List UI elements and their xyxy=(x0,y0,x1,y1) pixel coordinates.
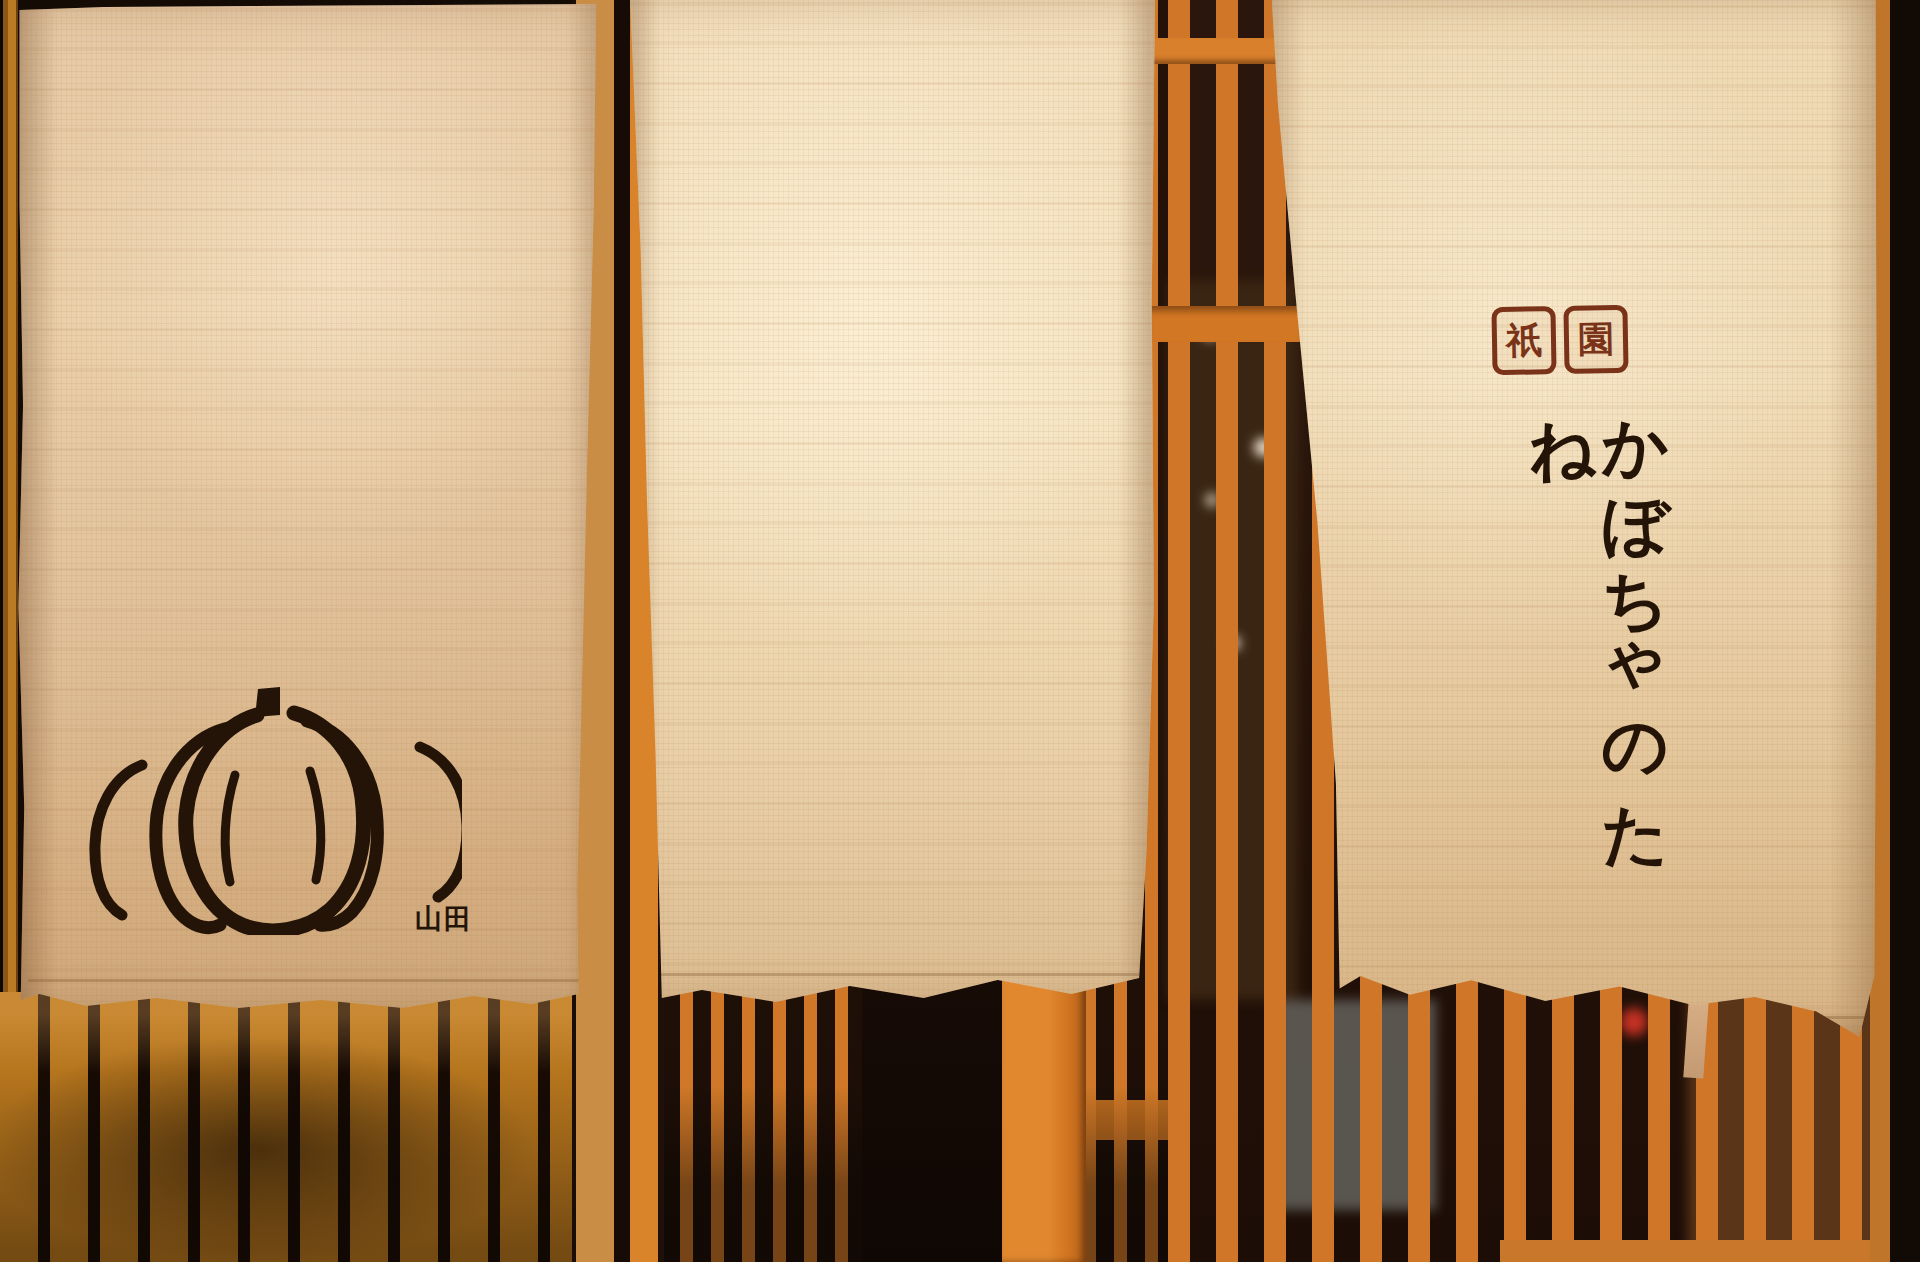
noren-right-panel: 祇 園 かぼちゃのたね xyxy=(1262,0,1878,1045)
seal-character-box: 園 xyxy=(1563,305,1628,374)
noren-middle-panel xyxy=(628,0,1156,1002)
vertical-calligraphy-kabocha-no-tane: かぼちゃのたね xyxy=(1526,375,1671,855)
linen-weave-texture xyxy=(628,0,1156,1002)
left-lattice-slats xyxy=(0,992,616,1262)
gion-seal-stamp: 祇 園 xyxy=(1491,305,1628,375)
seal-character: 園 xyxy=(1578,315,1615,365)
storefront-photo: 山田 祇 園 かぼちゃのたね xyxy=(0,0,1920,1262)
lattice-cross-rail-bottom xyxy=(1500,1240,1920,1262)
seal-character-box: 祇 xyxy=(1491,306,1556,375)
lattice-cross-rail-upper xyxy=(1146,306,1304,342)
artist-signature: 山田 xyxy=(415,901,485,937)
pumpkin-illustration xyxy=(72,685,462,935)
seal-character: 祇 xyxy=(1506,316,1543,366)
noren-left-panel: 山田 xyxy=(16,4,602,1008)
right-door-frame xyxy=(1870,0,1920,1262)
